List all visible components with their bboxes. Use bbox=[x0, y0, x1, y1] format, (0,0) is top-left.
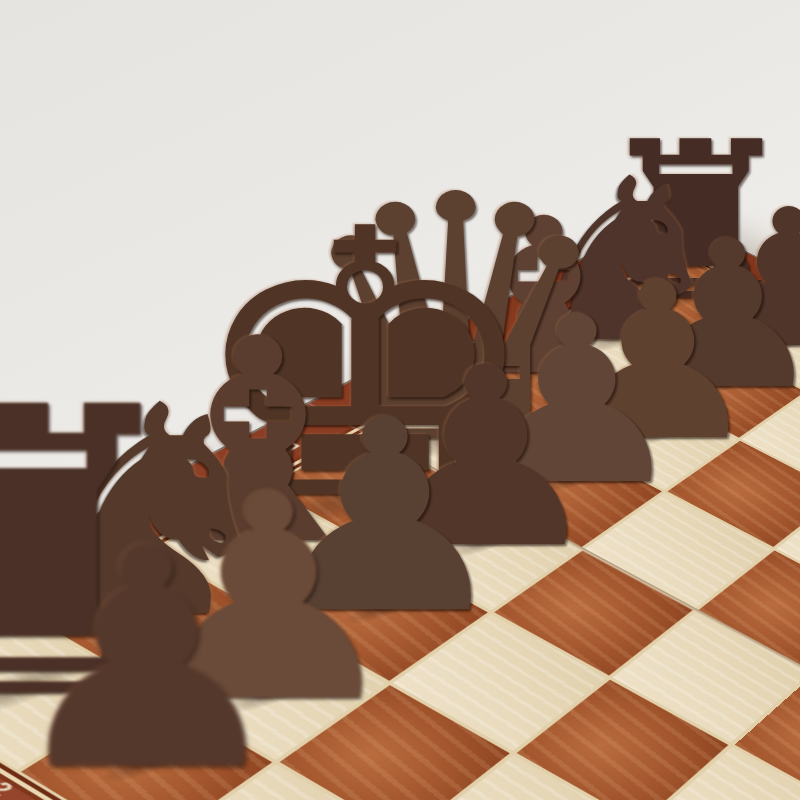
pieces-layer: ♜♞♝♚♛♝♞♜♟♟♟♟♟♟♟♟ bbox=[0, 0, 800, 800]
piece-h2-pawn[interactable]: ♟ bbox=[0, 509, 294, 800]
photo-frame: HGFEDCBA2 ♜♞♝♚♛♝♞♜♟♟♟♟♟♟♟♟ bbox=[0, 0, 800, 800]
